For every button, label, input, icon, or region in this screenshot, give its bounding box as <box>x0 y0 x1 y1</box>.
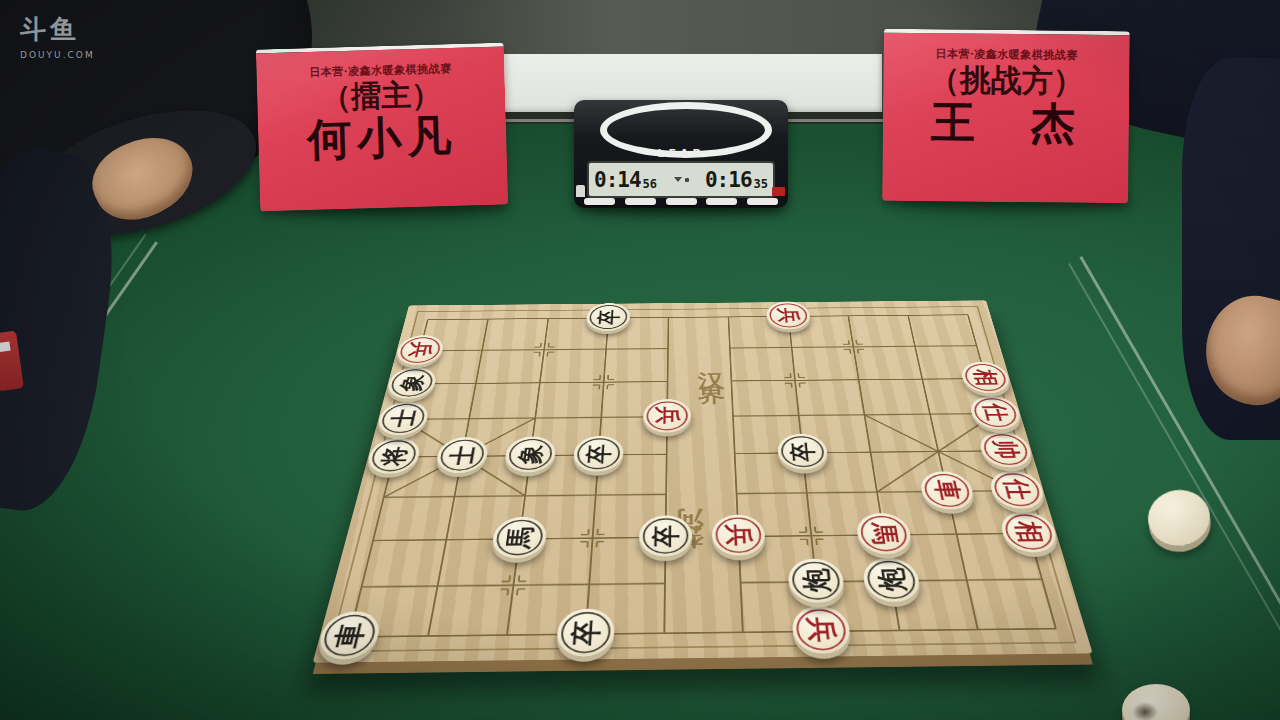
clock-button[interactable] <box>625 198 656 205</box>
player-name: 王 杰 <box>883 97 1129 148</box>
left-player-seconds: 56 <box>643 177 657 191</box>
clock-button[interactable] <box>584 198 615 205</box>
clock-button[interactable] <box>747 198 778 205</box>
clock-brand: LEAP <box>574 147 788 160</box>
board-perspective-wrap: 汉界 楚河 車将士象兵士馬象卒卒卒卒兵兵兵炮卒兵炮馬車相仕帅仕相 <box>313 300 1093 662</box>
stream-frame: LEAP 0:1456 0:1635 日本营·凌鑫水暖象棋挑战赛 （擂主） 何小… <box>0 0 1280 720</box>
clock-button[interactable] <box>706 198 737 205</box>
game-clock: LEAP 0:1456 0:1635 <box>574 100 788 208</box>
player-card-right: 日本营·凌鑫水暖象棋挑战赛 （挑战方） 王 杰 <box>882 29 1130 204</box>
left-player-time: 0:14 <box>594 168 641 192</box>
clock-button[interactable] <box>666 198 697 205</box>
player-name: 何小凡 <box>258 110 507 165</box>
clock-brand-badge <box>772 187 785 196</box>
clock-mode-icon <box>576 185 585 197</box>
douyu-logo-cn: 斗鱼 <box>20 12 95 47</box>
douyu-logo-en: DOUYU.COM <box>20 50 95 60</box>
event-title: 日本营·凌鑫水暖象棋挑战赛 <box>884 46 1130 64</box>
douyu-logo: 斗鱼 DOUYU.COM <box>20 12 95 60</box>
player-role: （挑战方） <box>883 62 1129 100</box>
clock-display: 0:1456 0:1635 <box>587 161 775 198</box>
right-player-seconds: 35 <box>754 177 768 191</box>
xiangqi-board[interactable]: 汉界 楚河 車将士象兵士馬象卒卒卒卒兵兵兵炮卒兵炮馬車相仕帅仕相 <box>313 300 1093 662</box>
turn-indicator-icon <box>657 177 705 182</box>
player-card-left: 日本营·凌鑫水暖象棋挑战赛 （擂主） 何小凡 <box>256 43 508 212</box>
right-player-time: 0:16 <box>705 168 752 192</box>
clock-button-row <box>584 198 778 205</box>
